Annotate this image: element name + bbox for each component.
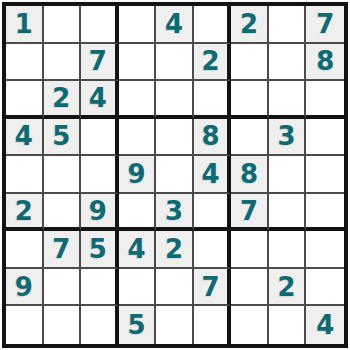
- cell-r2c2[interactable]: [44, 44, 82, 82]
- cell-r4c7[interactable]: [231, 119, 269, 157]
- cell-r2c9[interactable]: 8: [306, 44, 344, 82]
- cell-r6c3[interactable]: 9: [81, 194, 119, 232]
- cell-r9c9[interactable]: 4: [306, 306, 344, 344]
- cell-r3c7[interactable]: [231, 81, 269, 119]
- cell-r9c3[interactable]: [81, 306, 119, 344]
- cell-r5c6[interactable]: 4: [194, 156, 232, 194]
- cell-r5c8[interactable]: [269, 156, 307, 194]
- cell-r9c6[interactable]: [194, 306, 232, 344]
- cell-r3c4[interactable]: [119, 81, 157, 119]
- cell-r7c7[interactable]: [231, 231, 269, 269]
- cell-r4c6[interactable]: 8: [194, 119, 232, 157]
- cell-r7c5[interactable]: 2: [156, 231, 194, 269]
- cell-r8c3[interactable]: [81, 269, 119, 307]
- cell-r8c7[interactable]: [231, 269, 269, 307]
- cell-r1c8[interactable]: [269, 6, 307, 44]
- cell-r8c6[interactable]: 7: [194, 269, 232, 307]
- cell-r5c2[interactable]: [44, 156, 82, 194]
- sudoku-board: 14277282445839482937754297254: [2, 2, 348, 348]
- cell-r8c4[interactable]: [119, 269, 157, 307]
- cell-r2c5[interactable]: [156, 44, 194, 82]
- cell-r4c1[interactable]: 4: [6, 119, 44, 157]
- cell-r2c1[interactable]: [6, 44, 44, 82]
- cell-r2c3[interactable]: 7: [81, 44, 119, 82]
- cell-r5c4[interactable]: 9: [119, 156, 157, 194]
- cell-r8c2[interactable]: [44, 269, 82, 307]
- cell-r6c8[interactable]: [269, 194, 307, 232]
- cell-r5c3[interactable]: [81, 156, 119, 194]
- cell-r5c9[interactable]: [306, 156, 344, 194]
- cell-r6c1[interactable]: 2: [6, 194, 44, 232]
- cell-r6c6[interactable]: [194, 194, 232, 232]
- cell-r5c5[interactable]: [156, 156, 194, 194]
- sudoku-page: 14277282445839482937754297254: [0, 0, 350, 350]
- cell-r6c4[interactable]: [119, 194, 157, 232]
- cell-r1c7[interactable]: 2: [231, 6, 269, 44]
- cell-r7c3[interactable]: 5: [81, 231, 119, 269]
- cell-r6c9[interactable]: [306, 194, 344, 232]
- cell-r8c1[interactable]: 9: [6, 269, 44, 307]
- cell-r3c8[interactable]: [269, 81, 307, 119]
- cell-r7c4[interactable]: 4: [119, 231, 157, 269]
- cell-r9c2[interactable]: [44, 306, 82, 344]
- cell-r4c4[interactable]: [119, 119, 157, 157]
- cell-r3c2[interactable]: 2: [44, 81, 82, 119]
- cell-r3c9[interactable]: [306, 81, 344, 119]
- cell-r7c8[interactable]: [269, 231, 307, 269]
- cell-r2c8[interactable]: [269, 44, 307, 82]
- cell-r4c2[interactable]: 5: [44, 119, 82, 157]
- cell-r9c7[interactable]: [231, 306, 269, 344]
- cell-r2c6[interactable]: 2: [194, 44, 232, 82]
- cell-r9c8[interactable]: [269, 306, 307, 344]
- cell-r1c9[interactable]: 7: [306, 6, 344, 44]
- cell-r9c5[interactable]: [156, 306, 194, 344]
- cell-r7c9[interactable]: [306, 231, 344, 269]
- cell-r9c1[interactable]: [6, 306, 44, 344]
- cell-r1c5[interactable]: 4: [156, 6, 194, 44]
- cell-r9c4[interactable]: 5: [119, 306, 157, 344]
- cell-r7c6[interactable]: [194, 231, 232, 269]
- cell-r5c7[interactable]: 8: [231, 156, 269, 194]
- cell-r1c3[interactable]: [81, 6, 119, 44]
- cell-r8c5[interactable]: [156, 269, 194, 307]
- cell-r4c9[interactable]: [306, 119, 344, 157]
- cell-r2c7[interactable]: [231, 44, 269, 82]
- cell-r4c8[interactable]: 3: [269, 119, 307, 157]
- cell-r2c4[interactable]: [119, 44, 157, 82]
- cell-r1c1[interactable]: 1: [6, 6, 44, 44]
- cell-r8c9[interactable]: [306, 269, 344, 307]
- cell-r4c5[interactable]: [156, 119, 194, 157]
- cell-r4c3[interactable]: [81, 119, 119, 157]
- cell-r1c2[interactable]: [44, 6, 82, 44]
- cell-r3c6[interactable]: [194, 81, 232, 119]
- cell-r3c5[interactable]: [156, 81, 194, 119]
- cell-r1c6[interactable]: [194, 6, 232, 44]
- cell-r7c1[interactable]: [6, 231, 44, 269]
- cell-r6c2[interactable]: [44, 194, 82, 232]
- cell-r3c1[interactable]: [6, 81, 44, 119]
- cell-r6c5[interactable]: 3: [156, 194, 194, 232]
- cell-r3c3[interactable]: 4: [81, 81, 119, 119]
- cell-r8c8[interactable]: 2: [269, 269, 307, 307]
- cell-r1c4[interactable]: [119, 6, 157, 44]
- cell-r7c2[interactable]: 7: [44, 231, 82, 269]
- cell-r5c1[interactable]: [6, 156, 44, 194]
- cell-r6c7[interactable]: 7: [231, 194, 269, 232]
